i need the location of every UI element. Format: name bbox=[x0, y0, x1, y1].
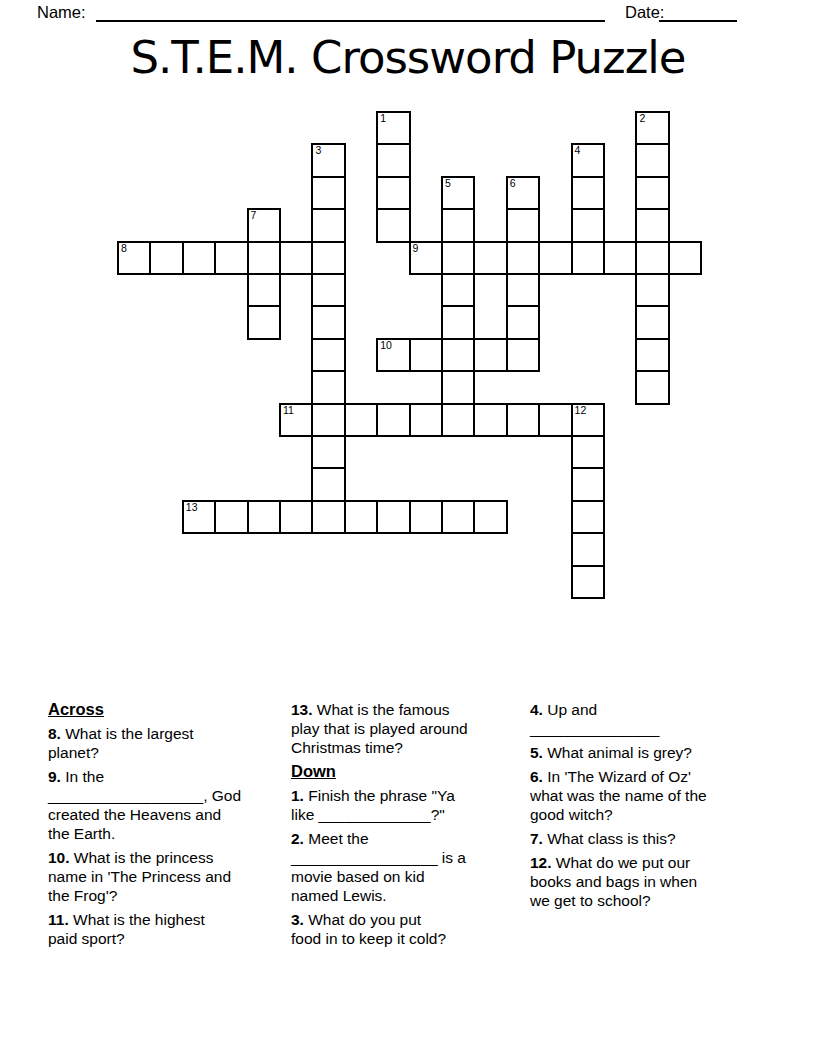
grid-cell[interactable] bbox=[311, 305, 345, 339]
clue-list-heading: Across bbox=[48, 700, 288, 719]
cell-number: 9 bbox=[413, 243, 419, 254]
cell-number: 3 bbox=[315, 145, 321, 156]
clue-column-down: 4. Up and _______________5. What animal … bbox=[530, 700, 780, 915]
clue-number: 6. bbox=[530, 768, 543, 785]
clue: 3. What do you put food in to keep it co… bbox=[291, 910, 527, 948]
grid-cell[interactable] bbox=[473, 241, 507, 275]
cell-number: 5 bbox=[445, 178, 451, 189]
grid-cell[interactable] bbox=[376, 403, 410, 437]
clue-number: 12. bbox=[530, 854, 552, 871]
name-line[interactable] bbox=[96, 5, 605, 22]
clue: 12. What do we put our books and bags in… bbox=[530, 853, 780, 910]
clue-text: In 'The Wizard of Oz' what was the name … bbox=[530, 768, 707, 823]
grid-cell[interactable]: 11 bbox=[279, 403, 313, 437]
clue-text: Meet the _________________ is a movie ba… bbox=[291, 830, 466, 904]
clue-number: 10. bbox=[48, 849, 70, 866]
clue: 7. What class is this? bbox=[530, 829, 780, 848]
cell-number: 7 bbox=[251, 210, 257, 221]
grid-cell[interactable] bbox=[635, 241, 669, 275]
worksheet: { "game": "crossword", "title": "S.T.E.M… bbox=[0, 0, 816, 1056]
grid-cell[interactable]: 3 bbox=[311, 143, 345, 177]
date-line[interactable] bbox=[659, 5, 737, 22]
grid-cell[interactable] bbox=[441, 403, 475, 437]
clue-text: What is the highest paid sport? bbox=[48, 911, 205, 947]
grid-cell[interactable] bbox=[311, 176, 345, 210]
grid-cell[interactable] bbox=[182, 241, 216, 275]
grid-cell[interactable] bbox=[538, 403, 572, 437]
grid-cell[interactable] bbox=[441, 370, 475, 404]
clue: 13. What is the famous play that is play… bbox=[291, 700, 527, 757]
clue-text: What do you put food in to keep it cold? bbox=[291, 911, 446, 947]
grid-cell[interactable] bbox=[409, 338, 443, 372]
clue: 4. Up and _______________ bbox=[530, 700, 780, 738]
grid-cell[interactable] bbox=[311, 435, 345, 469]
clue-number: 3. bbox=[291, 911, 304, 928]
grid-cell[interactable] bbox=[409, 403, 443, 437]
grid-cell[interactable] bbox=[635, 305, 669, 339]
grid-cell[interactable] bbox=[376, 500, 410, 534]
grid-cell[interactable] bbox=[635, 143, 669, 177]
grid-cell[interactable]: 7 bbox=[247, 208, 281, 242]
clue: 9. In the __________________, God create… bbox=[48, 767, 288, 843]
grid-cell[interactable] bbox=[344, 500, 378, 534]
clue-text: What class is this? bbox=[543, 830, 676, 847]
grid-cell[interactable]: 4 bbox=[571, 143, 605, 177]
grid-cell[interactable] bbox=[506, 208, 540, 242]
clue-text: What animal is grey? bbox=[543, 744, 692, 761]
grid-cell[interactable] bbox=[506, 273, 540, 307]
clue-text: What is the famous play that is played a… bbox=[291, 701, 468, 756]
clue-text: What is the princess name in 'The Prince… bbox=[48, 849, 231, 904]
clue-text: Finish the phrase "Ya like _____________… bbox=[291, 787, 455, 823]
grid-cell[interactable] bbox=[311, 208, 345, 242]
grid-cell[interactable] bbox=[635, 370, 669, 404]
clue-column-middle: 13. What is the famous play that is play… bbox=[291, 700, 527, 953]
cell-number: 2 bbox=[639, 113, 645, 124]
grid-cell[interactable] bbox=[279, 241, 313, 275]
grid-cell[interactable] bbox=[376, 208, 410, 242]
clue-text: What is the largest planet? bbox=[48, 725, 194, 761]
grid-cell[interactable] bbox=[635, 338, 669, 372]
name-label: Name: bbox=[37, 3, 86, 22]
grid-cell[interactable] bbox=[311, 403, 345, 437]
grid-cell[interactable] bbox=[506, 241, 540, 275]
cell-number: 10 bbox=[380, 340, 392, 351]
grid-cell[interactable] bbox=[376, 176, 410, 210]
clue-number: 9. bbox=[48, 768, 61, 785]
clue-number: 1. bbox=[291, 787, 304, 804]
cell-number: 1 bbox=[380, 113, 386, 124]
grid-cell[interactable] bbox=[149, 241, 183, 275]
grid-cell[interactable] bbox=[538, 241, 572, 275]
grid-cell[interactable] bbox=[441, 500, 475, 534]
grid-cell[interactable] bbox=[506, 403, 540, 437]
grid-cell[interactable]: 13 bbox=[182, 500, 216, 534]
clue: 5. What animal is grey? bbox=[530, 743, 780, 762]
clue-number: 4. bbox=[530, 701, 543, 718]
grid-cell[interactable] bbox=[571, 500, 605, 534]
cell-number: 6 bbox=[510, 178, 516, 189]
grid-cell[interactable] bbox=[635, 273, 669, 307]
grid-cell[interactable]: 6 bbox=[506, 176, 540, 210]
grid-cell[interactable] bbox=[473, 403, 507, 437]
grid-cell[interactable] bbox=[311, 338, 345, 372]
grid-cell[interactable] bbox=[635, 208, 669, 242]
clue-number: 7. bbox=[530, 830, 543, 847]
clue-number: 5. bbox=[530, 744, 543, 761]
clue-text: In the __________________, God created t… bbox=[48, 768, 241, 842]
grid-cell[interactable] bbox=[473, 500, 507, 534]
grid-cell[interactable]: 5 bbox=[441, 176, 475, 210]
grid-cell[interactable] bbox=[247, 305, 281, 339]
cell-number: 12 bbox=[575, 405, 587, 416]
grid-cell[interactable] bbox=[344, 403, 378, 437]
grid-cell[interactable] bbox=[668, 241, 702, 275]
grid-cell[interactable] bbox=[247, 241, 281, 275]
grid-cell[interactable] bbox=[311, 370, 345, 404]
clue: 1. Finish the phrase "Ya like __________… bbox=[291, 786, 527, 824]
grid-cell[interactable]: 1 bbox=[376, 111, 410, 145]
grid-cell[interactable] bbox=[247, 273, 281, 307]
grid-cell[interactable] bbox=[441, 208, 475, 242]
puzzle-title: S.T.E.M. Crossword Puzzle bbox=[0, 31, 816, 84]
grid-cell[interactable] bbox=[603, 241, 637, 275]
clue-text: Up and _______________ bbox=[530, 701, 659, 737]
grid-cell[interactable] bbox=[571, 176, 605, 210]
cell-number: 4 bbox=[575, 145, 581, 156]
grid-cell[interactable] bbox=[214, 500, 248, 534]
grid-cell[interactable] bbox=[311, 467, 345, 501]
grid-cell[interactable] bbox=[571, 208, 605, 242]
clue-number: 13. bbox=[291, 701, 313, 718]
clue-column-across: Across8. What is the largest planet?9. I… bbox=[48, 700, 288, 953]
grid-cell[interactable] bbox=[441, 273, 475, 307]
grid-cell[interactable] bbox=[311, 241, 345, 275]
grid-cell[interactable] bbox=[311, 500, 345, 534]
clue: 6. In 'The Wizard of Oz' what was the na… bbox=[530, 767, 780, 824]
grid-cell[interactable] bbox=[571, 532, 605, 566]
cell-number: 11 bbox=[283, 405, 294, 416]
grid-cell[interactable] bbox=[571, 565, 605, 599]
grid-cell[interactable]: 12 bbox=[571, 403, 605, 437]
grid-cell[interactable] bbox=[279, 500, 313, 534]
grid-cell[interactable] bbox=[441, 338, 475, 372]
clue-number: 2. bbox=[291, 830, 304, 847]
grid-cell[interactable] bbox=[409, 500, 443, 534]
clue-list-heading: Down bbox=[291, 762, 527, 781]
clue: 8. What is the largest planet? bbox=[48, 724, 288, 762]
cell-number: 8 bbox=[121, 243, 127, 254]
grid-cell[interactable] bbox=[247, 500, 281, 534]
grid-cell[interactable] bbox=[571, 241, 605, 275]
grid-cell[interactable] bbox=[376, 143, 410, 177]
grid-cell[interactable] bbox=[311, 273, 345, 307]
grid-cell[interactable] bbox=[571, 467, 605, 501]
grid-cell[interactable] bbox=[635, 176, 669, 210]
grid-cell[interactable] bbox=[214, 241, 248, 275]
clue: 10. What is the princess name in 'The Pr… bbox=[48, 848, 288, 905]
grid-cell[interactable]: 8 bbox=[117, 241, 151, 275]
grid-cell[interactable]: 2 bbox=[635, 111, 669, 145]
clue: 2. Meet the _________________ is a movie… bbox=[291, 829, 527, 905]
clue-text: What do we put our books and bags in whe… bbox=[530, 854, 697, 909]
grid-cell[interactable] bbox=[441, 241, 475, 275]
grid-cell[interactable] bbox=[506, 338, 540, 372]
clue-number: 8. bbox=[48, 725, 61, 742]
grid-cell[interactable] bbox=[441, 305, 475, 339]
grid-cell[interactable] bbox=[473, 338, 507, 372]
grid-cell[interactable]: 9 bbox=[409, 241, 443, 275]
grid-cell[interactable]: 10 bbox=[376, 338, 410, 372]
cell-number: 13 bbox=[186, 502, 198, 513]
grid-cell[interactable] bbox=[571, 435, 605, 469]
clue-number: 11. bbox=[48, 911, 69, 928]
clue: 11. What is the highest paid sport? bbox=[48, 910, 288, 948]
grid-cell[interactable] bbox=[506, 305, 540, 339]
